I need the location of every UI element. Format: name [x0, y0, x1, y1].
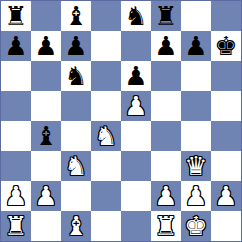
white-pawn-piece[interactable]: ♟: [124, 91, 147, 121]
square-a8[interactable]: ♜: [1, 1, 31, 31]
square-g5[interactable]: [181, 91, 211, 121]
white-knight-piece[interactable]: ♞: [64, 151, 87, 181]
square-c2[interactable]: [61, 181, 91, 211]
square-e4[interactable]: [121, 121, 151, 151]
square-h5[interactable]: [211, 91, 241, 121]
square-b2[interactable]: ♟: [31, 181, 61, 211]
square-c1[interactable]: ♝: [61, 211, 91, 241]
square-d5[interactable]: [91, 91, 121, 121]
square-a1[interactable]: ♜: [1, 211, 31, 241]
square-a3[interactable]: [1, 151, 31, 181]
square-b1[interactable]: [31, 211, 61, 241]
square-f7[interactable]: ♟: [151, 31, 181, 61]
square-d8[interactable]: [91, 1, 121, 31]
black-pawn-piece[interactable]: ♟: [124, 61, 147, 91]
square-h1[interactable]: [211, 211, 241, 241]
square-d6[interactable]: [91, 61, 121, 91]
square-f6[interactable]: [151, 61, 181, 91]
black-rook-piece[interactable]: ♜: [154, 1, 177, 31]
white-bishop-piece[interactable]: ♝: [64, 211, 87, 241]
black-pawn-piece[interactable]: ♟: [154, 31, 177, 61]
square-b4[interactable]: ♝: [31, 121, 61, 151]
square-h2[interactable]: ♟: [211, 181, 241, 211]
square-c7[interactable]: ♟: [61, 31, 91, 61]
square-h8[interactable]: [211, 1, 241, 31]
square-c4[interactable]: [61, 121, 91, 151]
black-pawn-piece[interactable]: ♟: [184, 31, 207, 61]
square-e5[interactable]: ♟: [121, 91, 151, 121]
square-f4[interactable]: [151, 121, 181, 151]
square-e6[interactable]: ♟: [121, 61, 151, 91]
white-pawn-piece[interactable]: ♟: [154, 181, 177, 211]
black-knight-piece[interactable]: ♞: [124, 1, 147, 31]
square-a4[interactable]: [1, 121, 31, 151]
black-pawn-piece[interactable]: ♟: [64, 31, 87, 61]
square-d2[interactable]: [91, 181, 121, 211]
square-d3[interactable]: [91, 151, 121, 181]
square-f1[interactable]: ♜: [151, 211, 181, 241]
square-h6[interactable]: [211, 61, 241, 91]
white-pawn-piece[interactable]: ♟: [34, 181, 57, 211]
white-pawn-piece[interactable]: ♟: [184, 181, 207, 211]
black-knight-piece[interactable]: ♞: [64, 61, 87, 91]
square-d1[interactable]: [91, 211, 121, 241]
square-g6[interactable]: [181, 61, 211, 91]
square-c8[interactable]: ♝: [61, 1, 91, 31]
square-a2[interactable]: ♟: [1, 181, 31, 211]
square-g1[interactable]: ♚: [181, 211, 211, 241]
square-g7[interactable]: ♟: [181, 31, 211, 61]
square-c5[interactable]: [61, 91, 91, 121]
square-e7[interactable]: [121, 31, 151, 61]
white-pawn-piece[interactable]: ♟: [4, 181, 27, 211]
black-king-piece[interactable]: ♚: [214, 31, 237, 61]
square-d7[interactable]: [91, 31, 121, 61]
square-h4[interactable]: [211, 121, 241, 151]
square-b7[interactable]: ♟: [31, 31, 61, 61]
square-b3[interactable]: [31, 151, 61, 181]
square-a5[interactable]: [1, 91, 31, 121]
white-queen-piece[interactable]: ♛: [184, 151, 207, 181]
square-e2[interactable]: [121, 181, 151, 211]
square-g3[interactable]: ♛: [181, 151, 211, 181]
square-e1[interactable]: [121, 211, 151, 241]
square-c3[interactable]: ♞: [61, 151, 91, 181]
square-a6[interactable]: [1, 61, 31, 91]
white-rook-piece[interactable]: ♜: [4, 211, 27, 241]
square-f3[interactable]: [151, 151, 181, 181]
white-rook-piece[interactable]: ♜: [154, 211, 177, 241]
white-pawn-piece[interactable]: ♟: [214, 181, 237, 211]
square-b6[interactable]: [31, 61, 61, 91]
square-h3[interactable]: [211, 151, 241, 181]
square-g4[interactable]: [181, 121, 211, 151]
square-d4[interactable]: ♞: [91, 121, 121, 151]
square-b8[interactable]: [31, 1, 61, 31]
square-c6[interactable]: ♞: [61, 61, 91, 91]
square-b5[interactable]: [31, 91, 61, 121]
square-g8[interactable]: [181, 1, 211, 31]
square-e8[interactable]: ♞: [121, 1, 151, 31]
white-king-piece[interactable]: ♚: [184, 211, 207, 241]
black-pawn-piece[interactable]: ♟: [4, 31, 27, 61]
black-bishop-piece[interactable]: ♝: [64, 1, 87, 31]
square-e3[interactable]: [121, 151, 151, 181]
black-rook-piece[interactable]: ♜: [4, 1, 27, 31]
square-f8[interactable]: ♜: [151, 1, 181, 31]
square-a7[interactable]: ♟: [1, 31, 31, 61]
white-knight-piece[interactable]: ♞: [94, 121, 117, 151]
square-h7[interactable]: ♚: [211, 31, 241, 61]
black-pawn-piece[interactable]: ♟: [34, 31, 57, 61]
square-f2[interactable]: ♟: [151, 181, 181, 211]
black-bishop-piece[interactable]: ♝: [34, 121, 57, 151]
square-g2[interactable]: ♟: [181, 181, 211, 211]
square-f5[interactable]: [151, 91, 181, 121]
chess-board: ♜♝♞♜♟♟♟♟♟♚♞♟♟♝♞♞♛♟♟♟♟♟♜♝♜♚: [0, 0, 242, 242]
